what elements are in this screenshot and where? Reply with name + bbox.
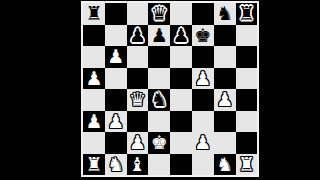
chess-board: ♜♛♞♜♟♟♟♚♟♟♟♛♞♟♟♟♟♚♟♜♞♝♞♜	[81, 1, 259, 177]
square-b2[interactable]	[105, 132, 127, 154]
square-e8[interactable]	[170, 3, 192, 25]
square-b4[interactable]	[105, 89, 127, 111]
white-queen: ♛	[129, 89, 146, 111]
square-d6[interactable]	[148, 46, 170, 68]
square-c2[interactable]: ♟	[127, 132, 149, 154]
white-pawn: ♟	[129, 132, 146, 154]
square-g5[interactable]	[214, 68, 236, 90]
square-d7[interactable]: ♟	[148, 25, 170, 47]
square-g7[interactable]	[214, 25, 236, 47]
square-c3[interactable]	[127, 111, 149, 133]
square-f3[interactable]	[192, 111, 214, 133]
black-pawn: ♟	[129, 25, 146, 47]
white-pawn: ♟	[107, 111, 124, 133]
square-f1[interactable]	[192, 154, 214, 176]
white-pawn: ♟	[85, 111, 102, 133]
square-e4[interactable]	[170, 89, 192, 111]
square-d2[interactable]: ♚	[148, 132, 170, 154]
square-a1[interactable]: ♜	[83, 154, 105, 176]
square-a2[interactable]	[83, 132, 105, 154]
white-pawn: ♟	[194, 68, 211, 90]
square-a7[interactable]	[83, 25, 105, 47]
black-rook: ♜	[85, 3, 102, 25]
square-a3[interactable]: ♟	[83, 111, 105, 133]
square-a8[interactable]: ♜	[83, 3, 105, 25]
square-c7[interactable]: ♟	[127, 25, 149, 47]
square-e1[interactable]	[170, 154, 192, 176]
white-bishop: ♝	[129, 154, 146, 176]
black-pawn: ♟	[151, 25, 168, 47]
square-h5[interactable]	[236, 68, 258, 90]
square-h4[interactable]	[236, 89, 258, 111]
square-b3[interactable]: ♟	[105, 111, 127, 133]
white-king: ♚	[151, 132, 168, 154]
white-pawn: ♟	[85, 68, 102, 90]
square-g1[interactable]: ♞	[214, 154, 236, 176]
square-b6[interactable]: ♟	[105, 46, 127, 68]
square-a5[interactable]: ♟	[83, 68, 105, 90]
square-h2[interactable]	[236, 132, 258, 154]
square-f7[interactable]: ♚	[192, 25, 214, 47]
square-e2[interactable]	[170, 132, 192, 154]
square-a6[interactable]	[83, 46, 105, 68]
black-pawn: ♟	[173, 25, 190, 47]
square-c6[interactable]	[127, 46, 149, 68]
white-rook: ♜	[85, 154, 102, 176]
square-e6[interactable]	[170, 46, 192, 68]
square-h6[interactable]	[236, 46, 258, 68]
square-c4[interactable]: ♛	[127, 89, 149, 111]
square-d1[interactable]	[148, 154, 170, 176]
square-d5[interactable]	[148, 68, 170, 90]
page-background: ♜♛♞♜♟♟♟♚♟♟♟♛♞♟♟♟♟♚♟♜♞♝♞♜	[0, 0, 320, 180]
black-queen: ♛	[151, 3, 168, 25]
square-c8[interactable]	[127, 3, 149, 25]
square-b5[interactable]	[105, 68, 127, 90]
square-h7[interactable]	[236, 25, 258, 47]
white-knight: ♞	[107, 154, 124, 176]
black-king: ♚	[194, 25, 211, 47]
square-g3[interactable]	[214, 111, 236, 133]
square-g4[interactable]: ♟	[214, 89, 236, 111]
square-e3[interactable]	[170, 111, 192, 133]
black-knight: ♞	[216, 3, 233, 25]
white-rook: ♜	[238, 154, 255, 176]
square-g6[interactable]	[214, 46, 236, 68]
square-c5[interactable]	[127, 68, 149, 90]
square-f6[interactable]	[192, 46, 214, 68]
square-e5[interactable]	[170, 68, 192, 90]
black-rook: ♜	[238, 3, 255, 25]
square-e7[interactable]: ♟	[170, 25, 192, 47]
square-a4[interactable]	[83, 89, 105, 111]
square-g2[interactable]	[214, 132, 236, 154]
square-d4[interactable]: ♞	[148, 89, 170, 111]
square-b1[interactable]: ♞	[105, 154, 127, 176]
square-f2[interactable]: ♟	[192, 132, 214, 154]
square-b8[interactable]	[105, 3, 127, 25]
square-g8[interactable]: ♞	[214, 3, 236, 25]
white-pawn: ♟	[216, 89, 233, 111]
square-d8[interactable]: ♛	[148, 3, 170, 25]
white-pawn: ♟	[107, 46, 124, 68]
white-knight: ♞	[216, 154, 233, 176]
square-b7[interactable]	[105, 25, 127, 47]
black-knight: ♞	[151, 89, 168, 111]
square-h1[interactable]: ♜	[236, 154, 258, 176]
square-f5[interactable]: ♟	[192, 68, 214, 90]
square-f8[interactable]	[192, 3, 214, 25]
square-d3[interactable]	[148, 111, 170, 133]
white-pawn: ♟	[194, 132, 211, 154]
square-f4[interactable]	[192, 89, 214, 111]
square-c1[interactable]: ♝	[127, 154, 149, 176]
square-h3[interactable]	[236, 111, 258, 133]
square-h8[interactable]: ♜	[236, 3, 258, 25]
